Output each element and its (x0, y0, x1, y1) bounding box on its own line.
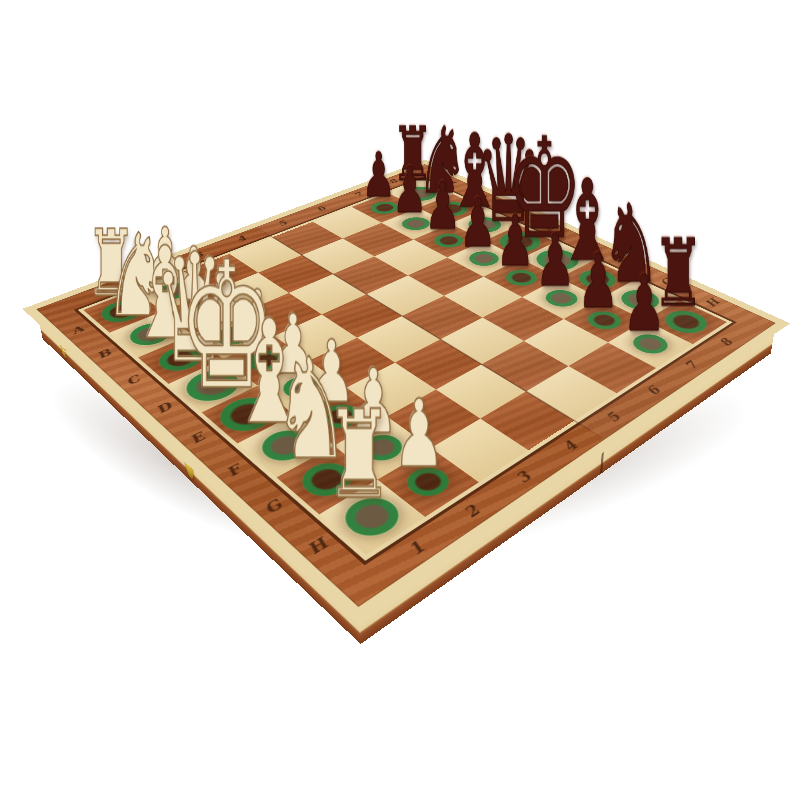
brass-clasp (184, 454, 195, 482)
file-label: H (303, 535, 333, 558)
brass-clasp (58, 336, 68, 360)
rank-label: 4 (558, 439, 583, 455)
fold-seam-side (600, 439, 605, 474)
chessboard-3d: ABCDEFGH ABCDEFGH 87654321 87654321 ♜♞♝♛… (23, 160, 791, 624)
board-frame: ABCDEFGH ABCDEFGH 87654321 87654321 ♜♞♝♛… (23, 160, 791, 624)
scene: ABCDEFGH ABCDEFGH 87654321 87654321 ♜♞♝♛… (0, 0, 800, 800)
rank-label: 1 (404, 539, 431, 559)
piece-white-rook: ♜ (268, 390, 450, 524)
rank-label: 2 (459, 502, 485, 521)
rank-label: 3 (511, 469, 536, 486)
piece-black-pawn: ♟ (586, 262, 702, 347)
product-photo-page: { "game": "chess", "position": "rnbqkbnr… (0, 0, 800, 800)
